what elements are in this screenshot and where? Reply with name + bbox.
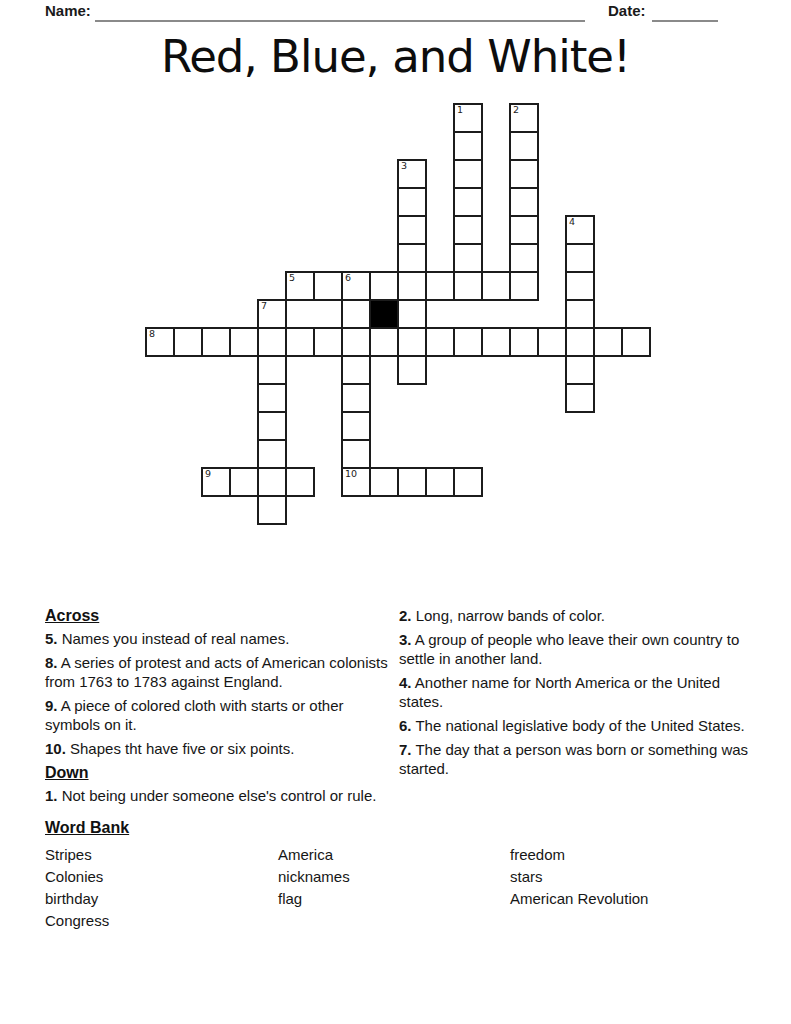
word-bank-column: StripesColoniesbirthdayCongress [45, 844, 109, 932]
grid-cell[interactable] [425, 271, 455, 301]
cell-number: 7 [261, 301, 267, 311]
grid-cell-black [369, 299, 399, 329]
cell-number: 4 [569, 217, 575, 227]
grid-cell[interactable] [621, 327, 651, 357]
down-clues-rest: 2. Long, narrow bands of color.3. A grou… [399, 606, 757, 778]
grid-cell[interactable] [509, 327, 539, 357]
grid-cell[interactable] [397, 187, 427, 217]
grid-cell[interactable] [341, 411, 371, 441]
word-bank-item: stars [510, 866, 648, 888]
grid-cell[interactable] [509, 131, 539, 161]
grid-cell[interactable]: 7 [257, 299, 287, 329]
grid-cell[interactable] [509, 243, 539, 273]
grid-cell[interactable] [369, 327, 399, 357]
clue: 4. Another name for North America or the… [399, 673, 757, 711]
grid-cell[interactable] [425, 467, 455, 497]
grid-cell[interactable] [453, 187, 483, 217]
grid-cell[interactable] [397, 271, 427, 301]
grid-cell[interactable] [453, 271, 483, 301]
across-clues: 5. Names you instead of real names.8. A … [45, 629, 397, 758]
crossword-grid: 12345678910 [146, 104, 652, 526]
word-bank-column: freedomstarsAmerican Revolution [510, 844, 648, 910]
grid-cell[interactable] [369, 467, 399, 497]
grid-cell[interactable] [257, 327, 287, 357]
grid-cell[interactable] [341, 355, 371, 385]
cell-number: 5 [289, 273, 295, 283]
grid-cell[interactable]: 10 [341, 467, 371, 497]
cell-number: 8 [149, 329, 155, 339]
grid-cell[interactable] [173, 327, 203, 357]
grid-cell[interactable] [229, 327, 259, 357]
grid-cell[interactable]: 9 [201, 467, 231, 497]
grid-cell[interactable] [425, 327, 455, 357]
grid-cell[interactable] [397, 327, 427, 357]
grid-cell[interactable] [481, 271, 511, 301]
grid-cell[interactable] [565, 271, 595, 301]
clue: 2. Long, narrow bands of color. [399, 606, 757, 625]
grid-cell[interactable] [257, 439, 287, 469]
word-bank-item: Stripes [45, 844, 109, 866]
grid-cell[interactable]: 3 [397, 159, 427, 189]
grid-cell[interactable] [453, 467, 483, 497]
clue: 9. A piece of colored cloth with starts … [45, 696, 397, 734]
grid-cell[interactable] [537, 327, 567, 357]
grid-cell[interactable] [201, 327, 231, 357]
grid-cell[interactable] [593, 327, 623, 357]
grid-cell[interactable] [453, 131, 483, 161]
date-input-line[interactable] [652, 6, 718, 22]
grid-cell[interactable] [565, 355, 595, 385]
grid-cell[interactable] [341, 327, 371, 357]
word-bank: Word Bank StripesColoniesbirthdayCongres… [45, 818, 755, 844]
grid-cell[interactable] [257, 467, 287, 497]
cell-number: 10 [345, 469, 357, 479]
clue: 8. A series of protest and acts of Ameri… [45, 653, 397, 691]
name-label: Name: [45, 2, 91, 19]
word-bank-item: nicknames [278, 866, 350, 888]
across-heading: Across [45, 606, 397, 626]
clues-left-column: Across 5. Names you instead of real name… [45, 606, 397, 810]
grid-cell[interactable] [565, 383, 595, 413]
grid-cell[interactable] [453, 327, 483, 357]
grid-cell[interactable] [229, 467, 259, 497]
page-title: Red, Blue, and White! [0, 30, 791, 84]
grid-cell[interactable] [565, 299, 595, 329]
grid-cell[interactable] [481, 327, 511, 357]
cell-number: 2 [513, 105, 519, 115]
word-bank-column: Americanicknamesflag [278, 844, 350, 910]
grid-cell[interactable]: 8 [145, 327, 175, 357]
grid-cell[interactable] [341, 439, 371, 469]
grid-cell[interactable] [257, 495, 287, 525]
word-bank-item: flag [278, 888, 350, 910]
grid-cell[interactable] [397, 355, 427, 385]
down-clues-first: 1. Not being under someone else's contro… [45, 786, 397, 805]
word-bank-item: freedom [510, 844, 648, 866]
grid-cell[interactable] [397, 467, 427, 497]
grid-cell[interactable] [369, 271, 399, 301]
grid-cell[interactable] [509, 187, 539, 217]
word-bank-item: American Revolution [510, 888, 648, 910]
clue: 6. The national legislative body of the … [399, 716, 757, 735]
name-input-line[interactable] [95, 6, 585, 22]
grid-cell[interactable] [257, 383, 287, 413]
down-heading: Down [45, 763, 397, 783]
word-bank-item: birthday [45, 888, 109, 910]
grid-cell[interactable] [453, 215, 483, 245]
grid-cell[interactable]: 1 [453, 103, 483, 133]
clue: 10. Shapes tht have five or six points. [45, 739, 397, 758]
grid-cell[interactable] [453, 243, 483, 273]
grid-cell[interactable] [453, 159, 483, 189]
clue: 7. The day that a person was born or som… [399, 740, 757, 778]
cell-number: 1 [457, 105, 463, 115]
grid-cell[interactable] [565, 243, 595, 273]
clue: 3. A group of people who leave their own… [399, 630, 757, 668]
grid-cell[interactable]: 5 [285, 271, 315, 301]
grid-cell[interactable] [285, 467, 315, 497]
cell-number: 6 [345, 273, 351, 283]
grid-cell[interactable] [257, 355, 287, 385]
grid-cell[interactable] [341, 383, 371, 413]
grid-cell[interactable]: 2 [509, 103, 539, 133]
word-bank-item: Colonies [45, 866, 109, 888]
clues-right-column: 2. Long, narrow bands of color.3. A grou… [399, 606, 757, 783]
clue: 1. Not being under someone else's contro… [45, 786, 397, 805]
date-label: Date: [608, 2, 646, 19]
grid-cell[interactable] [565, 327, 595, 357]
grid-cell[interactable] [257, 411, 287, 441]
grid-cell[interactable] [341, 299, 371, 329]
grid-cell[interactable] [397, 299, 427, 329]
grid-cell[interactable]: 4 [565, 215, 595, 245]
grid-cell[interactable] [509, 159, 539, 189]
cell-number: 3 [401, 161, 407, 171]
word-bank-item: America [278, 844, 350, 866]
word-bank-item: Congress [45, 910, 109, 932]
cell-number: 9 [205, 469, 211, 479]
word-bank-heading: Word Bank [45, 818, 755, 838]
grid-cell[interactable] [397, 215, 427, 245]
grid-cell[interactable] [509, 215, 539, 245]
grid-cell[interactable] [285, 327, 315, 357]
grid-cell[interactable] [509, 271, 539, 301]
grid-cell[interactable] [313, 271, 343, 301]
clue: 5. Names you instead of real names. [45, 629, 397, 648]
grid-cell[interactable]: 6 [341, 271, 371, 301]
grid-cell[interactable] [313, 327, 343, 357]
grid-cell[interactable] [397, 243, 427, 273]
